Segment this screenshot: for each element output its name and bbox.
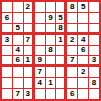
cell-r4c5[interactable] [46, 35, 56, 45]
cell-r6c3[interactable]: 1 [24, 56, 34, 66]
cell-r1c4[interactable] [35, 2, 45, 12]
cell-r2c4[interactable] [35, 13, 45, 23]
cell-r4c8[interactable]: 4 [78, 35, 88, 45]
cell-r2c9[interactable] [89, 13, 99, 23]
cell-r8c2[interactable] [13, 78, 23, 88]
cell-r8c7[interactable] [67, 78, 77, 88]
cell-r1c5[interactable] [46, 2, 56, 12]
cell-r9c6[interactable] [56, 89, 66, 99]
cell-r2c1[interactable]: 6 [2, 13, 12, 23]
cell-r6c1[interactable] [2, 56, 12, 66]
cell-r7c6[interactable] [56, 67, 66, 77]
cell-r1c8[interactable]: 5 [78, 2, 88, 12]
cell-r4c7[interactable]: 2 [67, 35, 77, 45]
cell-r8c5[interactable]: 1 [46, 78, 56, 88]
cell-r6c4[interactable]: 9 [35, 56, 45, 66]
cell-r5c5[interactable]: 8 [46, 46, 56, 56]
cell-r3c2[interactable]: 5 [13, 24, 23, 34]
cell-r7c3[interactable] [24, 67, 34, 77]
cell-r1c3[interactable]: 2 [24, 2, 34, 12]
cell-r7c9[interactable] [89, 67, 99, 77]
cell-r7c1[interactable] [2, 67, 12, 77]
cell-r9c3[interactable]: 3 [24, 89, 34, 99]
sudoku-board: 28569558371244866197372418736 [0, 0, 101, 101]
cell-r7c8[interactable]: 2 [78, 67, 88, 77]
cell-r8c8[interactable] [78, 78, 88, 88]
cell-r6c9[interactable]: 3 [89, 56, 99, 66]
cell-r2c7[interactable] [67, 13, 77, 23]
cell-r3c4[interactable] [35, 24, 45, 34]
cell-r4c4[interactable] [35, 35, 45, 45]
cell-r2c6[interactable]: 5 [56, 13, 66, 23]
cell-r8c6[interactable] [56, 78, 66, 88]
cell-r3c7[interactable] [67, 24, 77, 34]
cell-r9c1[interactable] [2, 89, 12, 99]
cell-r6c6[interactable] [56, 56, 66, 66]
cell-r4c6[interactable]: 1 [56, 35, 66, 45]
cell-r2c5[interactable]: 9 [46, 13, 56, 23]
cell-r3c5[interactable] [46, 24, 56, 34]
cell-r9c9[interactable] [89, 89, 99, 99]
cell-r5c2[interactable]: 4 [13, 46, 23, 56]
cell-r8c9[interactable]: 8 [89, 78, 99, 88]
cell-r5c6[interactable] [56, 46, 66, 56]
cell-r7c4[interactable]: 7 [35, 67, 45, 77]
cell-r4c2[interactable] [13, 35, 23, 45]
cell-r7c2[interactable] [13, 67, 23, 77]
cell-r1c6[interactable] [56, 2, 66, 12]
cell-r1c1[interactable] [2, 2, 12, 12]
cell-r6c2[interactable]: 6 [13, 56, 23, 66]
cell-r6c5[interactable] [46, 56, 56, 66]
cell-r6c8[interactable] [78, 56, 88, 66]
cell-r3c8[interactable] [78, 24, 88, 34]
cell-r7c7[interactable] [67, 67, 77, 77]
cell-r2c3[interactable] [24, 13, 34, 23]
cell-r2c2[interactable] [13, 13, 23, 23]
cell-r9c4[interactable] [35, 89, 45, 99]
cell-r4c3[interactable]: 7 [24, 35, 34, 45]
cell-r1c9[interactable] [89, 2, 99, 12]
cell-r1c7[interactable]: 8 [67, 2, 77, 12]
cell-r9c8[interactable] [78, 89, 88, 99]
cell-r9c2[interactable]: 7 [13, 89, 23, 99]
cell-r5c4[interactable] [35, 46, 45, 56]
cell-r5c9[interactable] [89, 46, 99, 56]
cell-r6c7[interactable]: 7 [67, 56, 77, 66]
cell-r5c3[interactable] [24, 46, 34, 56]
cell-r4c1[interactable]: 3 [2, 35, 12, 45]
cell-r9c5[interactable] [46, 89, 56, 99]
cell-r4c9[interactable] [89, 35, 99, 45]
cell-r3c1[interactable] [2, 24, 12, 34]
cell-r1c2[interactable] [13, 2, 23, 12]
cell-r2c8[interactable] [78, 13, 88, 23]
cell-r3c3[interactable] [24, 24, 34, 34]
cell-r5c7[interactable] [67, 46, 77, 56]
cell-r9c7[interactable]: 6 [67, 89, 77, 99]
cell-r3c9[interactable] [89, 24, 99, 34]
cell-r7c5[interactable] [46, 67, 56, 77]
cell-r3c6[interactable]: 8 [56, 24, 66, 34]
cell-r8c4[interactable]: 4 [35, 78, 45, 88]
cell-r8c3[interactable] [24, 78, 34, 88]
cell-r5c1[interactable] [2, 46, 12, 56]
cell-r8c1[interactable] [2, 78, 12, 88]
cell-r5c8[interactable]: 6 [78, 46, 88, 56]
